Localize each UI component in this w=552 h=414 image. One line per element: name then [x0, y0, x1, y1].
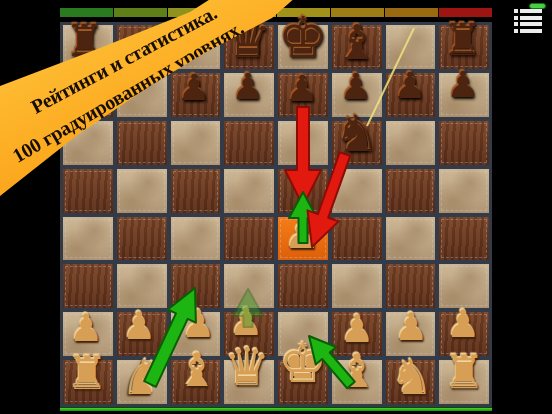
- black-knight-f6[interactable]: ♞: [335, 109, 380, 159]
- black-pawn-c7[interactable]: ♟: [178, 70, 210, 106]
- square-e5[interactable]: [278, 169, 328, 213]
- white-queen-d1[interactable]: ♛: [224, 341, 271, 393]
- white-pawn-d2[interactable]: ♟: [229, 303, 263, 341]
- chess-app-screen: ♜♛♚♝♜♟♟♟♟♟♟♞♟♟♟♟♟♟♟♟♜♞♝♛♚♝♞♜ Рейтинги и …: [0, 0, 552, 414]
- square-a3[interactable]: [63, 264, 113, 308]
- square-c5[interactable]: [171, 169, 221, 213]
- square-g5[interactable]: [386, 169, 436, 213]
- square-g3[interactable]: [386, 264, 436, 308]
- grade-segment-7: [385, 8, 438, 17]
- black-bishop-f8[interactable]: ♝: [335, 18, 378, 66]
- square-f3[interactable]: [332, 264, 382, 308]
- square-g4[interactable]: [386, 217, 436, 261]
- menu-list-icon: [514, 22, 542, 26]
- grade-segment-2: [114, 8, 167, 17]
- white-knight-b1[interactable]: ♞: [120, 353, 163, 401]
- white-pawn-e4[interactable]: ♟: [284, 214, 320, 254]
- menu-list-icon: [514, 29, 542, 33]
- square-d4[interactable]: [224, 217, 274, 261]
- square-g8[interactable]: [386, 25, 436, 69]
- black-pawn-e7[interactable]: ♟: [286, 71, 318, 107]
- menu-button[interactable]: [514, 9, 542, 33]
- square-b5[interactable]: [117, 169, 167, 213]
- square-e3[interactable]: [278, 264, 328, 308]
- menu-list-icon: [514, 9, 542, 13]
- black-pawn-d7[interactable]: ♟: [232, 69, 264, 105]
- black-pawn-f7[interactable]: ♟: [340, 69, 372, 105]
- square-b6[interactable]: [117, 121, 167, 165]
- white-pawn-h2[interactable]: ♟: [446, 305, 480, 343]
- square-b4[interactable]: [117, 217, 167, 261]
- white-pawn-b2[interactable]: ♟: [122, 307, 156, 345]
- square-g6[interactable]: [386, 121, 436, 165]
- square-c4[interactable]: [171, 217, 221, 261]
- square-d6[interactable]: [224, 121, 274, 165]
- square-h4[interactable]: [439, 217, 489, 261]
- white-pawn-a2[interactable]: ♟: [69, 309, 103, 347]
- black-pawn-h7[interactable]: ♟: [447, 67, 479, 103]
- square-b3[interactable]: [117, 264, 167, 308]
- square-h6[interactable]: [439, 121, 489, 165]
- square-h5[interactable]: [439, 169, 489, 213]
- white-rook-h1[interactable]: ♜: [443, 349, 484, 395]
- black-rook-h8[interactable]: ♜: [443, 18, 482, 62]
- white-bishop-f1[interactable]: ♝: [336, 348, 377, 394]
- square-a5[interactable]: [63, 169, 113, 213]
- black-pawn-g7[interactable]: ♟: [394, 68, 426, 104]
- white-bishop-c1[interactable]: ♝: [176, 347, 217, 393]
- menu-list-icon: [514, 16, 542, 20]
- black-king-e8[interactable]: ♚: [278, 10, 328, 66]
- square-d5[interactable]: [224, 169, 274, 213]
- white-pawn-f2[interactable]: ♟: [340, 310, 374, 348]
- white-king-e1[interactable]: ♚: [279, 337, 327, 391]
- white-pawn-g2[interactable]: ♟: [394, 308, 428, 346]
- square-e6[interactable]: [278, 121, 328, 165]
- board-bottom-highlight: [60, 407, 492, 411]
- white-pawn-c2[interactable]: ♟: [181, 305, 215, 343]
- white-knight-g1[interactable]: ♞: [390, 353, 433, 401]
- square-a4[interactable]: [63, 217, 113, 261]
- white-rook-a1[interactable]: ♜: [66, 350, 107, 396]
- square-f5[interactable]: [332, 169, 382, 213]
- square-f4[interactable]: [332, 217, 382, 261]
- square-c6[interactable]: [171, 121, 221, 165]
